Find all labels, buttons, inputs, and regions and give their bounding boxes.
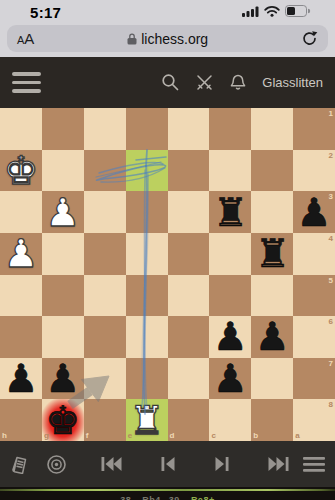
square-c7[interactable]: ♟ [209,358,251,400]
square-h4[interactable]: ♟ [0,233,42,275]
progress-bar [0,489,335,491]
challenges-icon[interactable] [195,73,214,92]
wifi-icon [264,6,280,17]
opening-book-icon[interactable] [8,454,30,474]
square-g2[interactable] [42,150,84,192]
square-c6[interactable]: ♟ [209,316,251,358]
square-d6[interactable] [168,316,210,358]
square-g1[interactable] [42,108,84,150]
rank-label-5: 5 [329,276,333,285]
square-f7[interactable] [84,358,126,400]
square-h5[interactable] [0,275,42,317]
square-b3[interactable] [251,191,293,233]
square-c8[interactable]: c [209,399,251,441]
reader-small-a: A [17,34,24,46]
square-a7[interactable]: 7 [293,358,335,400]
square-b8[interactable]: b [251,399,293,441]
square-e5[interactable] [126,275,168,317]
square-c1[interactable] [209,108,251,150]
cell-signal-icon [242,6,259,17]
search-icon[interactable] [161,73,180,92]
status-icons [242,4,311,17]
square-d1[interactable] [168,108,210,150]
move-token: Re8+ [191,495,215,500]
last-move-icon[interactable] [268,456,289,472]
username[interactable]: Glasslitten [262,75,323,90]
square-g3[interactable]: ♟ [42,191,84,233]
square-e8[interactable]: ♜e [126,399,168,441]
square-h3[interactable] [0,191,42,233]
square-b2[interactable] [251,150,293,192]
url-field[interactable]: lichess.org [34,31,301,47]
reader-large-a: A [24,30,34,47]
square-e3[interactable] [126,191,168,233]
rank-label-1: 1 [329,109,333,118]
square-g4[interactable] [42,233,84,275]
chess-board[interactable]: 1♚2♟♜♟3♟♜45♟♟6♟♟♟7h♚gf♜edcb8a [0,108,335,441]
battery-icon [285,5,311,17]
move-token: 39. [169,495,183,500]
square-h7[interactable]: ♟ [0,358,42,400]
square-a8[interactable]: 8a [293,399,335,441]
piece-black-rook[interactable]: ♜ [251,233,293,275]
toolbar-menu-icon[interactable] [303,456,325,473]
square-d4[interactable] [168,233,210,275]
move-list-preview: 38.Rb439.Re8+ [0,495,335,500]
file-label-c: c [211,431,215,440]
square-a5[interactable]: 5 [293,275,335,317]
piece-black-pawn[interactable]: ♟ [209,316,251,358]
square-a4[interactable]: 4 [293,233,335,275]
reload-icon[interactable] [301,30,318,47]
square-c3[interactable]: ♜ [209,191,251,233]
previous-move-icon[interactable] [161,456,175,472]
square-f8[interactable]: f [84,399,126,441]
piece-white-king[interactable]: ♚ [0,150,42,192]
piece-white-pawn[interactable]: ♟ [0,233,42,275]
square-d3[interactable] [168,191,210,233]
move-navigation [101,456,289,472]
rank-label-4: 4 [329,234,333,243]
square-b5[interactable] [251,275,293,317]
square-e2[interactable] [126,150,168,192]
square-a1[interactable]: 1 [293,108,335,150]
square-f2[interactable] [84,150,126,192]
clock: 5:17 [30,4,61,21]
notifications-bell-icon[interactable] [229,73,247,92]
move-token: Rb4 [142,495,161,500]
square-f6[interactable] [84,316,126,358]
piece-black-pawn[interactable]: ♟ [0,358,42,400]
header-actions: Glasslitten [161,73,323,92]
site-header: Glasslitten [0,57,335,108]
square-e6[interactable] [126,316,168,358]
square-f4[interactable] [84,233,126,275]
file-label-b: b [253,431,258,440]
square-g7[interactable]: ♟ [42,358,84,400]
square-g6[interactable] [42,316,84,358]
rank-label-8: 8 [329,400,333,409]
move-token: 38. [120,495,134,500]
lock-icon [127,33,137,45]
page-footer: 38.Rb439.Re8+ [0,487,335,500]
first-move-icon[interactable] [101,456,122,472]
analysis-toolbar [0,441,335,487]
square-h1[interactable] [0,108,42,150]
status-bar: 5:17 [0,0,335,22]
menu-button[interactable] [12,72,41,93]
square-b6[interactable]: ♟ [251,316,293,358]
file-label-g: g [44,431,49,440]
piece-black-pawn[interactable]: ♟ [42,358,84,400]
square-c4[interactable] [209,233,251,275]
square-f1[interactable] [84,108,126,150]
piece-black-rook[interactable]: ♜ [209,191,251,233]
file-label-h: h [2,431,7,440]
square-f3[interactable] [84,191,126,233]
square-h6[interactable] [0,316,42,358]
square-c2[interactable] [209,150,251,192]
square-g5[interactable] [42,275,84,317]
square-b4[interactable]: ♜ [251,233,293,275]
square-a3[interactable]: ♟3 [293,191,335,233]
piece-black-pawn[interactable]: ♟ [209,358,251,400]
square-g8[interactable]: ♚g [42,399,84,441]
rank-label-3: 3 [329,192,333,201]
square-d7[interactable] [168,358,210,400]
square-e7[interactable] [126,358,168,400]
rank-label-2: 2 [329,151,333,160]
file-label-f: f [86,431,89,440]
piece-white-pawn[interactable]: ♟ [42,191,84,233]
rank-label-7: 7 [329,359,333,368]
browser-chrome: 5:17 AA lichess.org [0,0,335,57]
square-h8[interactable]: h [0,399,42,441]
file-label-d: d [170,431,175,440]
practice-target-icon[interactable] [46,454,67,475]
square-f5[interactable] [84,275,126,317]
square-e1[interactable] [126,108,168,150]
piece-black-pawn[interactable]: ♟ [251,316,293,358]
next-move-icon[interactable] [215,456,229,472]
square-e4[interactable] [126,233,168,275]
site-url: lichess.org [141,31,208,47]
file-label-a: a [295,431,299,440]
square-h2[interactable]: ♚ [0,150,42,192]
square-d8[interactable]: d [168,399,210,441]
file-label-e: e [128,431,132,440]
square-c5[interactable] [209,275,251,317]
square-a6[interactable]: 6 [293,316,335,358]
rank-label-6: 6 [329,317,333,326]
square-b1[interactable] [251,108,293,150]
reader-mode-button[interactable]: AA [17,30,34,47]
square-d5[interactable] [168,275,210,317]
square-b7[interactable] [251,358,293,400]
square-d2[interactable] [168,150,210,192]
square-a2[interactable]: 2 [293,150,335,192]
address-bar[interactable]: AA lichess.org [7,25,328,52]
